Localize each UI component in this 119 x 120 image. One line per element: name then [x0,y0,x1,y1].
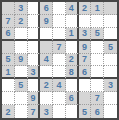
cell-r4c2[interactable] [15,41,28,54]
cell-r1c7[interactable]: 2 [79,2,92,15]
cell-r2c8[interactable] [91,15,104,28]
cell-r6c5[interactable] [53,66,66,79]
cell-r4c1[interactable] [2,41,15,54]
cell-r2c9[interactable] [104,15,117,28]
cell-r5c5[interactable] [53,54,66,67]
cell-r4c8[interactable] [91,41,104,54]
cell-r1c2[interactable]: 3 [15,2,28,15]
cell-r2c7[interactable] [79,15,92,28]
cell-r1c4[interactable]: 6 [40,2,53,15]
cell-r1c8[interactable]: 1 [91,2,104,15]
cell-r8c4[interactable] [40,92,53,105]
cell-r7c6[interactable] [66,79,79,92]
cell-r3c5[interactable] [53,28,66,41]
cell-r9c4[interactable]: 3 [40,105,53,118]
cell-r3c8[interactable]: 5 [91,28,104,41]
cell-r7c8[interactable] [91,79,104,92]
cell-r2c3[interactable] [28,15,41,28]
cell-r9c3[interactable]: 7 [28,105,41,118]
cell-r8c8[interactable]: 7 [91,92,104,105]
cell-r4c5[interactable]: 7 [53,41,66,54]
cell-r1c3[interactable] [28,2,41,15]
cell-r8c2[interactable] [15,92,28,105]
cell-r4c6[interactable] [66,41,79,54]
cell-r3c2[interactable] [15,28,28,41]
cell-r7c4[interactable]: 2 [40,79,53,92]
cell-r6c1[interactable]: 1 [2,66,15,79]
cell-r5c3[interactable] [28,54,41,67]
cell-r1c1[interactable] [2,2,15,15]
cell-r3c1[interactable]: 6 [2,28,15,41]
cell-r5c1[interactable]: 5 [2,54,15,67]
cell-r4c3[interactable] [28,41,41,54]
cell-r9c6[interactable] [66,105,79,118]
cell-r9c8[interactable]: 6 [91,105,104,118]
cell-r3c4[interactable] [40,28,53,41]
cell-r2c6[interactable] [66,15,79,28]
cell-r4c4[interactable] [40,41,53,54]
sudoku-board: 364217296135795594271386524396727356 [0,0,119,120]
cell-r6c6[interactable]: 8 [66,66,79,79]
cell-r8c6[interactable]: 6 [66,92,79,105]
cell-r1c6[interactable]: 4 [66,2,79,15]
cell-r5c4[interactable]: 4 [40,54,53,67]
cell-r2c2[interactable]: 2 [15,15,28,28]
cell-r5c9[interactable] [104,54,117,67]
cell-r1c5[interactable] [53,2,66,15]
cell-r7c5[interactable]: 4 [53,79,66,92]
cell-r6c9[interactable] [104,66,117,79]
cell-r6c2[interactable] [15,66,28,79]
cell-r7c3[interactable] [28,79,41,92]
cell-r6c8[interactable] [91,66,104,79]
cell-r3c6[interactable]: 1 [66,28,79,41]
cell-r9c5[interactable] [53,105,66,118]
cell-r4c9[interactable]: 5 [104,41,117,54]
cell-r5c6[interactable]: 2 [66,54,79,67]
cell-r3c9[interactable] [104,28,117,41]
cell-r9c9[interactable] [104,105,117,118]
cell-r8c5[interactable] [53,92,66,105]
cell-r2c5[interactable] [53,15,66,28]
cell-r5c2[interactable]: 9 [15,54,28,67]
cell-r5c8[interactable] [91,54,104,67]
cell-r2c1[interactable]: 7 [2,15,15,28]
cell-r6c7[interactable]: 6 [79,66,92,79]
cell-r1c9[interactable] [104,2,117,15]
cell-r7c1[interactable] [2,79,15,92]
cell-r8c1[interactable] [2,92,15,105]
cell-r2c4[interactable]: 9 [40,15,53,28]
cell-r3c3[interactable] [28,28,41,41]
cell-r7c9[interactable]: 3 [104,79,117,92]
cell-r9c1[interactable]: 2 [2,105,15,118]
cell-r9c7[interactable]: 5 [79,105,92,118]
cell-r5c7[interactable]: 7 [79,54,92,67]
cell-r6c4[interactable] [40,66,53,79]
cell-r8c7[interactable] [79,92,92,105]
cell-r6c3[interactable]: 3 [28,66,41,79]
cell-r7c7[interactable] [79,79,92,92]
cell-r3c7[interactable]: 3 [79,28,92,41]
cell-r7c2[interactable]: 5 [15,79,28,92]
cell-r4c7[interactable]: 9 [79,41,92,54]
cell-r9c2[interactable] [15,105,28,118]
cell-r8c9[interactable] [104,92,117,105]
cell-r8c3[interactable]: 9 [28,92,41,105]
